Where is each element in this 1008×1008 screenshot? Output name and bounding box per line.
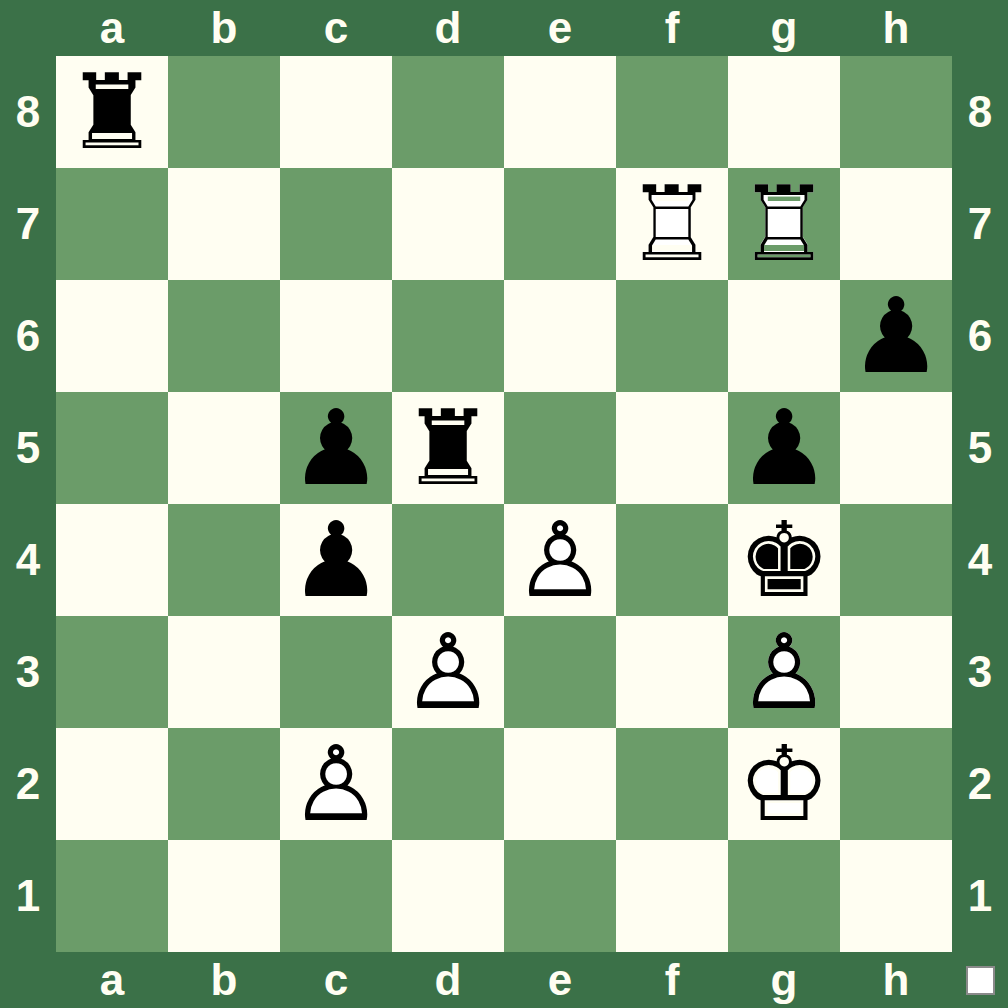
square-c6[interactable] xyxy=(280,280,392,392)
square-d4[interactable] xyxy=(392,504,504,616)
rank-label-3-left: 3 xyxy=(0,616,56,728)
rank-label-5-left: 5 xyxy=(0,392,56,504)
file-label-f-top: f xyxy=(616,0,728,56)
square-e4[interactable]: ♟♙ xyxy=(504,504,616,616)
square-d6[interactable] xyxy=(392,280,504,392)
black-rook[interactable]: ♜ xyxy=(401,396,494,500)
square-b4[interactable] xyxy=(168,504,280,616)
square-e5[interactable] xyxy=(504,392,616,504)
rank-label-7-right: 7 xyxy=(952,168,1008,280)
square-h8[interactable] xyxy=(840,56,952,168)
rank-label-7-left: 7 xyxy=(0,168,56,280)
square-d5[interactable]: ♜ xyxy=(392,392,504,504)
square-c3[interactable] xyxy=(280,616,392,728)
file-label-c-bottom: c xyxy=(280,952,392,1008)
square-e3[interactable] xyxy=(504,616,616,728)
square-e8[interactable] xyxy=(504,56,616,168)
square-c1[interactable] xyxy=(280,840,392,952)
square-a2[interactable] xyxy=(56,728,168,840)
rank-label-3-right: 3 xyxy=(952,616,1008,728)
black-pawn[interactable]: ♟ xyxy=(737,396,830,500)
square-g2[interactable]: ♚♔ xyxy=(728,728,840,840)
rank-label-5-right: 5 xyxy=(952,392,1008,504)
square-g6[interactable] xyxy=(728,280,840,392)
square-c5[interactable]: ♟ xyxy=(280,392,392,504)
white-rook[interactable]: ♖ xyxy=(737,172,830,276)
square-d7[interactable] xyxy=(392,168,504,280)
white-king[interactable]: ♔ xyxy=(737,732,830,836)
rank-label-4-left: 4 xyxy=(0,504,56,616)
square-g1[interactable] xyxy=(728,840,840,952)
square-f7[interactable]: ♜♖ xyxy=(616,168,728,280)
file-label-d-top: d xyxy=(392,0,504,56)
frame-corner-bottom-right xyxy=(952,952,1008,1008)
square-c8[interactable] xyxy=(280,56,392,168)
frame-corner-top-left xyxy=(0,0,56,56)
square-e1[interactable] xyxy=(504,840,616,952)
square-e7[interactable] xyxy=(504,168,616,280)
black-pawn[interactable]: ♟ xyxy=(289,396,382,500)
square-a3[interactable] xyxy=(56,616,168,728)
square-g5[interactable]: ♟ xyxy=(728,392,840,504)
file-label-g-top: g xyxy=(728,0,840,56)
square-h2[interactable] xyxy=(840,728,952,840)
rank-label-6-right: 6 xyxy=(952,280,1008,392)
square-f4[interactable] xyxy=(616,504,728,616)
square-e2[interactable] xyxy=(504,728,616,840)
square-d2[interactable] xyxy=(392,728,504,840)
rank-label-1-left: 1 xyxy=(0,840,56,952)
file-label-a-top: a xyxy=(56,0,168,56)
rank-label-6-left: 6 xyxy=(0,280,56,392)
square-a8[interactable]: ♜ xyxy=(56,56,168,168)
square-d1[interactable] xyxy=(392,840,504,952)
square-f2[interactable] xyxy=(616,728,728,840)
square-b8[interactable] xyxy=(168,56,280,168)
square-b5[interactable] xyxy=(168,392,280,504)
file-label-e-bottom: e xyxy=(504,952,616,1008)
square-c7[interactable] xyxy=(280,168,392,280)
square-h1[interactable] xyxy=(840,840,952,952)
file-label-f-bottom: f xyxy=(616,952,728,1008)
black-pawn[interactable]: ♟ xyxy=(289,508,382,612)
square-h3[interactable] xyxy=(840,616,952,728)
square-a5[interactable] xyxy=(56,392,168,504)
rank-label-1-right: 1 xyxy=(952,840,1008,952)
square-b3[interactable] xyxy=(168,616,280,728)
square-h5[interactable] xyxy=(840,392,952,504)
file-label-b-top: b xyxy=(168,0,280,56)
square-a7[interactable] xyxy=(56,168,168,280)
square-b6[interactable] xyxy=(168,280,280,392)
black-rook[interactable]: ♜ xyxy=(65,60,158,164)
square-b1[interactable] xyxy=(168,840,280,952)
square-d3[interactable]: ♟♙ xyxy=(392,616,504,728)
square-d8[interactable] xyxy=(392,56,504,168)
square-c4[interactable]: ♟ xyxy=(280,504,392,616)
file-label-a-bottom: a xyxy=(56,952,168,1008)
square-g4[interactable]: ♚ xyxy=(728,504,840,616)
file-label-d-bottom: d xyxy=(392,952,504,1008)
frame-corner-top-right xyxy=(952,0,1008,56)
black-pawn[interactable]: ♟ xyxy=(849,284,942,388)
square-h6[interactable]: ♟ xyxy=(840,280,952,392)
square-g7[interactable]: ♜♖ xyxy=(728,168,840,280)
square-a1[interactable] xyxy=(56,840,168,952)
square-h7[interactable] xyxy=(840,168,952,280)
square-f8[interactable] xyxy=(616,56,728,168)
rank-label-8-right: 8 xyxy=(952,56,1008,168)
square-g3[interactable]: ♟♙ xyxy=(728,616,840,728)
square-c2[interactable]: ♟♙ xyxy=(280,728,392,840)
square-f6[interactable] xyxy=(616,280,728,392)
frame-corner-bottom-left xyxy=(0,952,56,1008)
white-rook[interactable]: ♖ xyxy=(625,172,718,276)
white-pawn[interactable]: ♙ xyxy=(513,508,606,612)
square-a6[interactable] xyxy=(56,280,168,392)
white-pawn[interactable]: ♙ xyxy=(737,620,830,724)
black-king[interactable]: ♚ xyxy=(737,508,830,612)
square-e6[interactable] xyxy=(504,280,616,392)
rank-label-8-left: 8 xyxy=(0,56,56,168)
square-b2[interactable] xyxy=(168,728,280,840)
file-label-h-bottom: h xyxy=(840,952,952,1008)
file-label-c-top: c xyxy=(280,0,392,56)
white-pawn[interactable]: ♙ xyxy=(401,620,494,724)
square-h4[interactable] xyxy=(840,504,952,616)
rank-label-4-right: 4 xyxy=(952,504,1008,616)
rank-label-2-left: 2 xyxy=(0,728,56,840)
square-b7[interactable] xyxy=(168,168,280,280)
chess-board: abcdefgh8♜87♜♖♜♖76♟65♟♜♟54♟♟♙♚43♟♙♟♙32♟♙… xyxy=(0,0,1008,1008)
file-label-h-top: h xyxy=(840,0,952,56)
square-f1[interactable] xyxy=(616,840,728,952)
white-pawn[interactable]: ♙ xyxy=(289,732,382,836)
white-square-marker xyxy=(966,966,995,995)
rank-label-2-right: 2 xyxy=(952,728,1008,840)
square-a4[interactable] xyxy=(56,504,168,616)
square-g8[interactable] xyxy=(728,56,840,168)
file-label-b-bottom: b xyxy=(168,952,280,1008)
square-f3[interactable] xyxy=(616,616,728,728)
file-label-g-bottom: g xyxy=(728,952,840,1008)
file-label-e-top: e xyxy=(504,0,616,56)
square-f5[interactable] xyxy=(616,392,728,504)
